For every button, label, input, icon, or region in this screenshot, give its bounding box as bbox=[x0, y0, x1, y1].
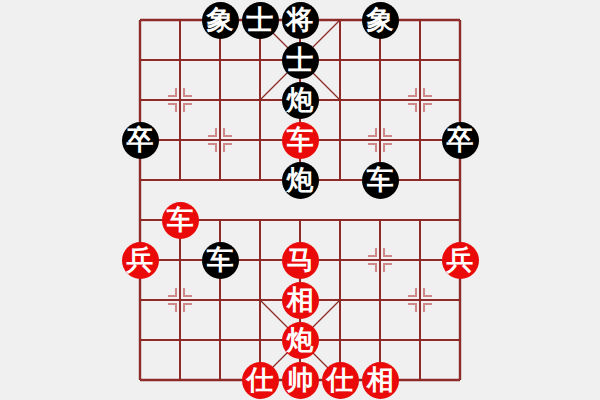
red-general-piece[interactable]: 帅 bbox=[282, 362, 319, 399]
board-grid[interactable]: 象士将象士炮卒车卒炮车车兵车马兵相炮仕帅仕相 bbox=[120, 0, 480, 400]
black-elephant-2-piece[interactable]: 象 bbox=[362, 2, 399, 39]
red-elephant-2-piece[interactable]: 相 bbox=[362, 362, 399, 399]
red-horse-piece[interactable]: 马 bbox=[282, 242, 319, 279]
red-soldier-1-piece[interactable]: 兵 bbox=[122, 242, 159, 279]
black-general-piece[interactable]: 将 bbox=[282, 2, 319, 39]
red-chariot-2-piece[interactable]: 车 bbox=[162, 202, 199, 239]
red-soldier-2-piece[interactable]: 兵 bbox=[442, 242, 479, 279]
red-cannon-piece[interactable]: 炮 bbox=[282, 322, 319, 359]
red-chariot-1-piece[interactable]: 车 bbox=[282, 122, 319, 159]
black-soldier-1-piece[interactable]: 卒 bbox=[122, 122, 159, 159]
black-elephant-1-piece[interactable]: 象 bbox=[202, 2, 239, 39]
black-chariot-2-piece[interactable]: 车 bbox=[202, 242, 239, 279]
black-chariot-1-piece[interactable]: 车 bbox=[362, 162, 399, 199]
red-advisor-1-piece[interactable]: 仕 bbox=[242, 362, 279, 399]
red-elephant-1-piece[interactable]: 相 bbox=[282, 282, 319, 319]
black-cannon-2-piece[interactable]: 炮 bbox=[282, 162, 319, 199]
black-advisor-1-piece[interactable]: 士 bbox=[242, 2, 279, 39]
black-cannon-1-piece[interactable]: 炮 bbox=[282, 82, 319, 119]
black-soldier-2-piece[interactable]: 卒 bbox=[442, 122, 479, 159]
xiangqi-board-screen: 象士将象士炮卒车卒炮车车兵车马兵相炮仕帅仕相 bbox=[0, 0, 600, 400]
red-advisor-2-piece[interactable]: 仕 bbox=[322, 362, 359, 399]
black-advisor-2-piece[interactable]: 士 bbox=[282, 42, 319, 79]
